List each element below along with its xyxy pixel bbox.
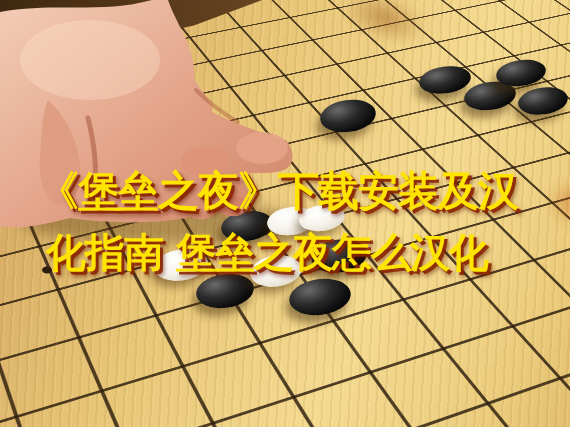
hand-highlight (20, 20, 160, 100)
go-board-photo: 《堡垒之夜》下载安装及汉 化指南 堡垒之夜怎么汉化 (0, 0, 570, 427)
caption-line-1: 《堡垒之夜》下载安装及汉 (38, 171, 518, 212)
caption-line-2: 化指南 堡垒之夜怎么汉化 (46, 232, 488, 272)
knuckle (236, 132, 288, 164)
